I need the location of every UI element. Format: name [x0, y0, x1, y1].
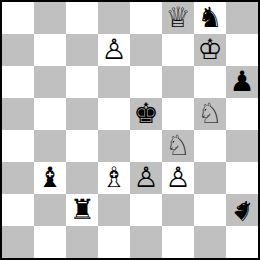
square-f6[interactable] — [162, 66, 194, 98]
square-d2[interactable] — [98, 194, 130, 226]
chess-board: ♕♞♙♔♟♚♘♘♝♗♙♙♜♞ — [0, 0, 260, 260]
square-a5[interactable] — [2, 98, 34, 130]
square-a1[interactable] — [2, 226, 34, 258]
square-a4[interactable] — [2, 130, 34, 162]
white-queen-piece[interactable]: ♕ — [165, 2, 190, 34]
black-rook-piece[interactable]: ♜ — [69, 194, 94, 226]
square-a3[interactable] — [2, 162, 34, 194]
square-d3[interactable]: ♗ — [98, 162, 130, 194]
square-b5[interactable] — [34, 98, 66, 130]
white-pawn-piece[interactable]: ♙ — [165, 162, 190, 194]
square-d8[interactable] — [98, 2, 130, 34]
square-g5[interactable]: ♘ — [194, 98, 226, 130]
square-f7[interactable] — [162, 34, 194, 66]
square-b4[interactable] — [34, 130, 66, 162]
square-f8[interactable]: ♕ — [162, 2, 194, 34]
square-e2[interactable] — [130, 194, 162, 226]
square-g7[interactable]: ♔ — [194, 34, 226, 66]
diagram-stage: ♕♞♙♔♟♚♘♘♝♗♙♙♜♞ — [0, 0, 260, 260]
square-e1[interactable] — [130, 226, 162, 258]
white-pawn-piece[interactable]: ♙ — [101, 34, 126, 66]
square-e3[interactable]: ♙ — [130, 162, 162, 194]
white-knight-piece[interactable]: ♘ — [165, 130, 190, 162]
square-f1[interactable] — [162, 226, 194, 258]
square-f2[interactable] — [162, 194, 194, 226]
square-h6[interactable]: ♟ — [226, 66, 258, 98]
square-c3[interactable] — [66, 162, 98, 194]
square-b8[interactable] — [34, 2, 66, 34]
square-e8[interactable] — [130, 2, 162, 34]
white-bishop-piece[interactable]: ♗ — [101, 162, 126, 194]
square-g2[interactable] — [194, 194, 226, 226]
square-g6[interactable] — [194, 66, 226, 98]
black-knight-piece[interactable]: ♞ — [197, 2, 222, 34]
square-b2[interactable] — [34, 194, 66, 226]
white-king-piece[interactable]: ♔ — [197, 34, 222, 66]
square-b7[interactable] — [34, 34, 66, 66]
square-e5[interactable]: ♚ — [130, 98, 162, 130]
square-b3[interactable]: ♝ — [34, 162, 66, 194]
square-f3[interactable]: ♙ — [162, 162, 194, 194]
square-c5[interactable] — [66, 98, 98, 130]
square-e6[interactable] — [130, 66, 162, 98]
black-pawn-piece[interactable]: ♟ — [229, 66, 254, 98]
square-c7[interactable] — [66, 34, 98, 66]
square-h2[interactable]: ♞ — [226, 194, 258, 226]
square-c2[interactable]: ♜ — [66, 194, 98, 226]
square-c6[interactable] — [66, 66, 98, 98]
square-g3[interactable] — [194, 162, 226, 194]
square-d5[interactable] — [98, 98, 130, 130]
square-g8[interactable]: ♞ — [194, 2, 226, 34]
black-bishop-piece[interactable]: ♝ — [37, 162, 62, 194]
square-h8[interactable] — [226, 2, 258, 34]
square-h1[interactable] — [226, 226, 258, 258]
square-d1[interactable] — [98, 226, 130, 258]
white-pawn-piece[interactable]: ♙ — [133, 162, 158, 194]
square-c8[interactable] — [66, 2, 98, 34]
black-knight-rotated-piece[interactable]: ♞ — [226, 194, 258, 226]
square-g4[interactable] — [194, 130, 226, 162]
square-d6[interactable] — [98, 66, 130, 98]
square-e4[interactable] — [130, 130, 162, 162]
square-h5[interactable] — [226, 98, 258, 130]
square-c4[interactable] — [66, 130, 98, 162]
square-b6[interactable] — [34, 66, 66, 98]
black-king-piece[interactable]: ♚ — [133, 98, 158, 130]
square-a2[interactable] — [2, 194, 34, 226]
square-d7[interactable]: ♙ — [98, 34, 130, 66]
square-c1[interactable] — [66, 226, 98, 258]
white-knight-piece[interactable]: ♘ — [197, 98, 222, 130]
square-h3[interactable] — [226, 162, 258, 194]
square-h4[interactable] — [226, 130, 258, 162]
square-h7[interactable] — [226, 34, 258, 66]
square-a7[interactable] — [2, 34, 34, 66]
square-a8[interactable] — [2, 2, 34, 34]
square-f5[interactable] — [162, 98, 194, 130]
square-f4[interactable]: ♘ — [162, 130, 194, 162]
square-b1[interactable] — [34, 226, 66, 258]
square-g1[interactable] — [194, 226, 226, 258]
square-d4[interactable] — [98, 130, 130, 162]
square-e7[interactable] — [130, 34, 162, 66]
square-a6[interactable] — [2, 66, 34, 98]
